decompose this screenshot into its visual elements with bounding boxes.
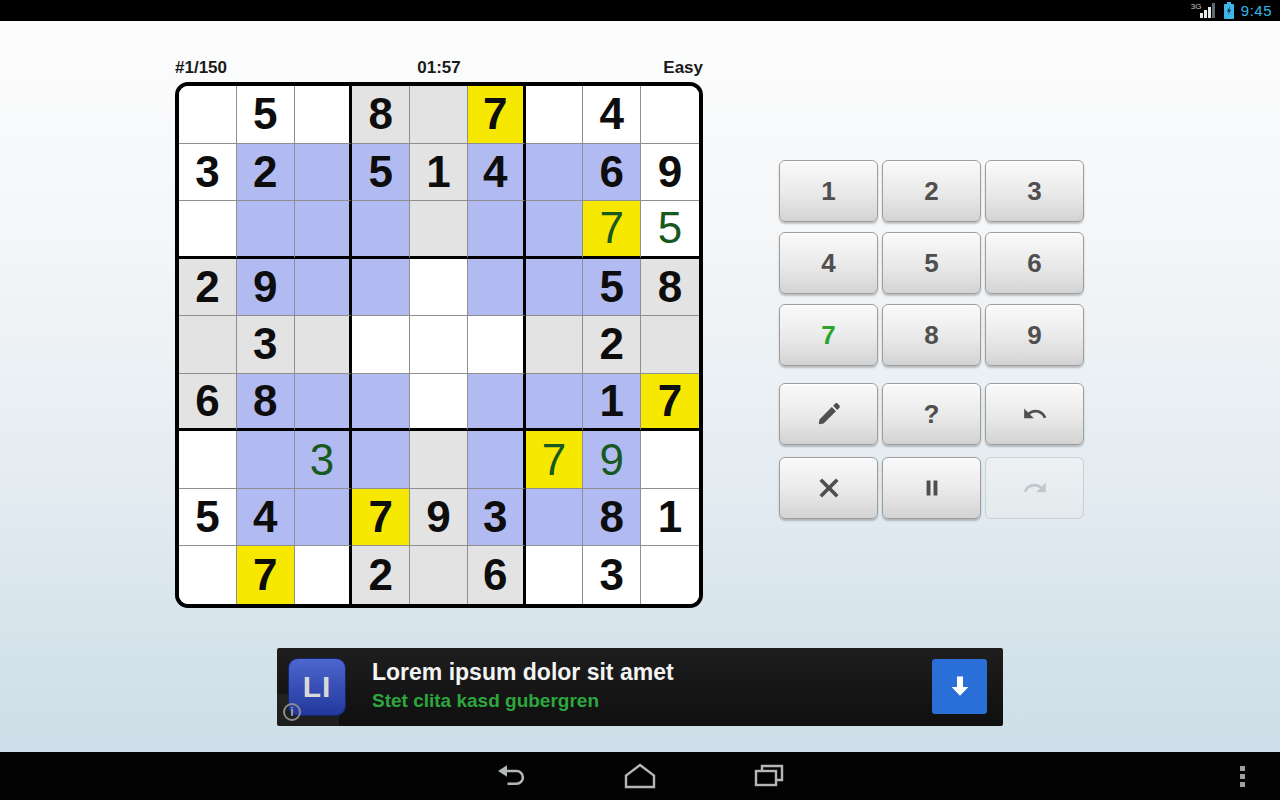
key-1-button[interactable]: 1 (779, 160, 878, 222)
back-icon[interactable] (492, 752, 532, 800)
cell-r1c5[interactable] (410, 86, 468, 144)
cell-r5c4[interactable] (352, 316, 410, 374)
given-digit: 6 (600, 150, 624, 194)
cell-r8c7[interactable] (526, 489, 584, 547)
redo-button[interactable] (985, 457, 1084, 519)
cell-r9c6[interactable]: 6 (468, 546, 526, 604)
entry-digit: 7 (542, 438, 566, 482)
cell-r8c2[interactable]: 4 (237, 489, 295, 547)
given-digit: 2 (368, 553, 392, 597)
given-digit: 8 (368, 92, 392, 136)
given-digit: 5 (368, 150, 392, 194)
cell-r8c9[interactable]: 1 (641, 489, 699, 547)
battery-charging-icon (1223, 2, 1235, 19)
cell-r9c4[interactable]: 2 (352, 546, 410, 604)
given-digit: 3 (483, 495, 507, 539)
status-bar: 3G 9:45 (0, 0, 1280, 21)
cell-r9c5[interactable] (410, 546, 468, 604)
given-digit: 7 (483, 92, 507, 136)
board-header: #1/150 01:57 Easy (175, 57, 703, 79)
cell-r3c4[interactable] (352, 201, 410, 259)
given-digit: 7 (658, 379, 682, 423)
key-9-button[interactable]: 9 (985, 304, 1084, 366)
cell-r4c8[interactable]: 5 (583, 259, 641, 317)
home-icon[interactable] (622, 752, 658, 800)
given-digit: 5 (600, 265, 624, 309)
menu-overflow-icon[interactable] (1232, 752, 1252, 800)
cell-r3c3[interactable] (295, 201, 353, 259)
cell-r5c9[interactable] (641, 316, 699, 374)
cell-r5c5[interactable] (410, 316, 468, 374)
pencil-button[interactable] (779, 383, 878, 445)
given-digit: 3 (253, 322, 277, 366)
given-digit: 5 (253, 92, 277, 136)
entry-digit: 7 (600, 206, 624, 250)
given-digit: 8 (658, 265, 682, 309)
redo-icon (1022, 475, 1048, 501)
cell-r3c7[interactable] (526, 201, 584, 259)
cell-r4c9[interactable]: 8 (641, 259, 699, 317)
cell-r5c2[interactable]: 3 (237, 316, 295, 374)
cell-r4c5[interactable] (410, 259, 468, 317)
cell-r7c7[interactable]: 7 (526, 431, 584, 489)
cell-r4c6[interactable] (468, 259, 526, 317)
key-7-button[interactable]: 7 (779, 304, 878, 366)
keypad-numbers: 123456789 (779, 160, 1084, 366)
cell-r1c6[interactable]: 7 (468, 86, 526, 144)
given-digit: 2 (195, 265, 219, 309)
ad-download-button[interactable] (932, 659, 987, 714)
cell-r5c6[interactable] (468, 316, 526, 374)
download-arrow-icon (946, 673, 974, 701)
cell-r1c4[interactable]: 8 (352, 86, 410, 144)
ad-banner[interactable]: LI Lorem ipsum dolor sit amet Stet clita… (277, 648, 1003, 726)
cell-r3c8[interactable]: 7 (583, 201, 641, 259)
cell-r8c8[interactable]: 8 (583, 489, 641, 547)
cell-r6c3[interactable] (295, 374, 353, 432)
cell-r3c6[interactable] (468, 201, 526, 259)
cell-r9c7[interactable] (526, 546, 584, 604)
cell-r5c8[interactable]: 2 (583, 316, 641, 374)
key-3-button[interactable]: 3 (985, 160, 1084, 222)
cell-r9c1[interactable] (179, 546, 237, 604)
cell-r3c5[interactable] (410, 201, 468, 259)
cell-r3c1[interactable] (179, 201, 237, 259)
cell-r2c7[interactable] (526, 144, 584, 202)
undo-button[interactable] (985, 383, 1084, 445)
given-digit: 8 (253, 379, 277, 423)
given-digit: 4 (253, 495, 277, 539)
cell-r6c6[interactable] (468, 374, 526, 432)
cell-r1c2[interactable]: 5 (237, 86, 295, 144)
recents-icon[interactable] (752, 752, 786, 800)
ad-subtitle: Stet clita kasd gubergren (372, 690, 599, 712)
cell-r8c6[interactable]: 3 (468, 489, 526, 547)
clock: 9:45 (1241, 2, 1272, 19)
navigation-bar (0, 752, 1280, 800)
cell-r7c5[interactable] (410, 431, 468, 489)
cell-r7c2[interactable] (237, 431, 295, 489)
cell-r1c3[interactable] (295, 86, 353, 144)
cell-r6c4[interactable] (352, 374, 410, 432)
cell-r4c3[interactable] (295, 259, 353, 317)
given-digit: 4 (483, 150, 507, 194)
cell-r1c9[interactable] (641, 86, 699, 144)
given-digit: 2 (600, 322, 624, 366)
given-digit: 6 (195, 379, 219, 423)
cell-r6c7[interactable] (526, 374, 584, 432)
cell-r6c1[interactable]: 6 (179, 374, 237, 432)
cell-r9c3[interactable] (295, 546, 353, 604)
cell-r1c7[interactable] (526, 86, 584, 144)
cell-r2c2[interactable]: 2 (237, 144, 295, 202)
cell-r5c1[interactable] (179, 316, 237, 374)
cell-r7c4[interactable] (352, 431, 410, 489)
ad-app-icon-text: LI (303, 670, 332, 704)
cell-r5c7[interactable] (526, 316, 584, 374)
cell-r7c9[interactable] (641, 431, 699, 489)
given-digit: 7 (253, 553, 277, 597)
cell-r4c4[interactable] (352, 259, 410, 317)
given-digit: 8 (600, 495, 624, 539)
cell-r2c6[interactable]: 4 (468, 144, 526, 202)
cell-r9c2[interactable]: 7 (237, 546, 295, 604)
sudoku-board: 5874325146975295832681737954793817263 (175, 82, 703, 608)
cell-r7c8[interactable]: 9 (583, 431, 641, 489)
given-digit: 1 (426, 150, 450, 194)
cell-r6c9[interactable]: 7 (641, 374, 699, 432)
given-digit: 2 (253, 150, 277, 194)
pencil-icon (816, 401, 842, 427)
pause-icon (919, 475, 945, 501)
cell-r6c8[interactable]: 1 (583, 374, 641, 432)
cell-r2c4[interactable]: 5 (352, 144, 410, 202)
cell-r8c1[interactable]: 5 (179, 489, 237, 547)
cell-r3c2[interactable] (237, 201, 295, 259)
key-2-button[interactable]: 2 (882, 160, 981, 222)
clear-button[interactable] (779, 457, 878, 519)
given-digit: 1 (658, 495, 682, 539)
given-digit: 5 (195, 495, 219, 539)
cell-r4c2[interactable]: 9 (237, 259, 295, 317)
cell-r7c3[interactable]: 3 (295, 431, 353, 489)
cell-r8c5[interactable]: 9 (410, 489, 468, 547)
given-digit: 9 (426, 495, 450, 539)
key-6-button[interactable]: 6 (985, 232, 1084, 294)
key-5-button[interactable]: 5 (882, 232, 981, 294)
cell-r3c9[interactable]: 5 (641, 201, 699, 259)
cell-r2c5[interactable]: 1 (410, 144, 468, 202)
cell-r8c3[interactable] (295, 489, 353, 547)
given-digit: 7 (368, 495, 392, 539)
help-button[interactable]: ? (882, 383, 981, 445)
given-digit: 9 (253, 265, 277, 309)
ad-info-icon[interactable]: i (283, 703, 301, 721)
cell-r2c3[interactable] (295, 144, 353, 202)
undo-icon (1022, 401, 1048, 427)
entry-digit: 5 (658, 206, 682, 250)
entry-digit: 9 (600, 438, 624, 482)
ad-title: Lorem ipsum dolor sit amet (372, 659, 674, 686)
cell-r4c1[interactable]: 2 (179, 259, 237, 317)
given-digit: 3 (600, 553, 624, 597)
cell-r1c8[interactable]: 4 (583, 86, 641, 144)
given-digit: 6 (483, 553, 507, 597)
cell-r4c7[interactable] (526, 259, 584, 317)
cell-r6c5[interactable] (410, 374, 468, 432)
cell-r8c4[interactable]: 7 (352, 489, 410, 547)
cell-r2c9[interactable]: 9 (641, 144, 699, 202)
key-8-button[interactable]: 8 (882, 304, 981, 366)
cell-r6c2[interactable]: 8 (237, 374, 295, 432)
cell-r2c8[interactable]: 6 (583, 144, 641, 202)
keypad-actions: ? (779, 383, 1084, 519)
cell-r7c1[interactable] (179, 431, 237, 489)
pause-button[interactable] (882, 457, 981, 519)
clear-icon (816, 475, 842, 501)
entry-digit: 3 (310, 438, 334, 482)
given-digit: 9 (658, 150, 682, 194)
cell-r1c1[interactable] (179, 86, 237, 144)
timer: 01:57 (175, 58, 703, 78)
cell-r5c3[interactable] (295, 316, 353, 374)
cell-r9c8[interactable]: 3 (583, 546, 641, 604)
cell-r9c9[interactable] (641, 546, 699, 604)
key-4-button[interactable]: 4 (779, 232, 878, 294)
signal-strength-icon: 3G (1191, 2, 1217, 19)
given-digit: 4 (600, 92, 624, 136)
cell-r7c6[interactable] (468, 431, 526, 489)
given-digit: 1 (600, 379, 624, 423)
cell-r2c1[interactable]: 3 (179, 144, 237, 202)
given-digit: 3 (195, 150, 219, 194)
